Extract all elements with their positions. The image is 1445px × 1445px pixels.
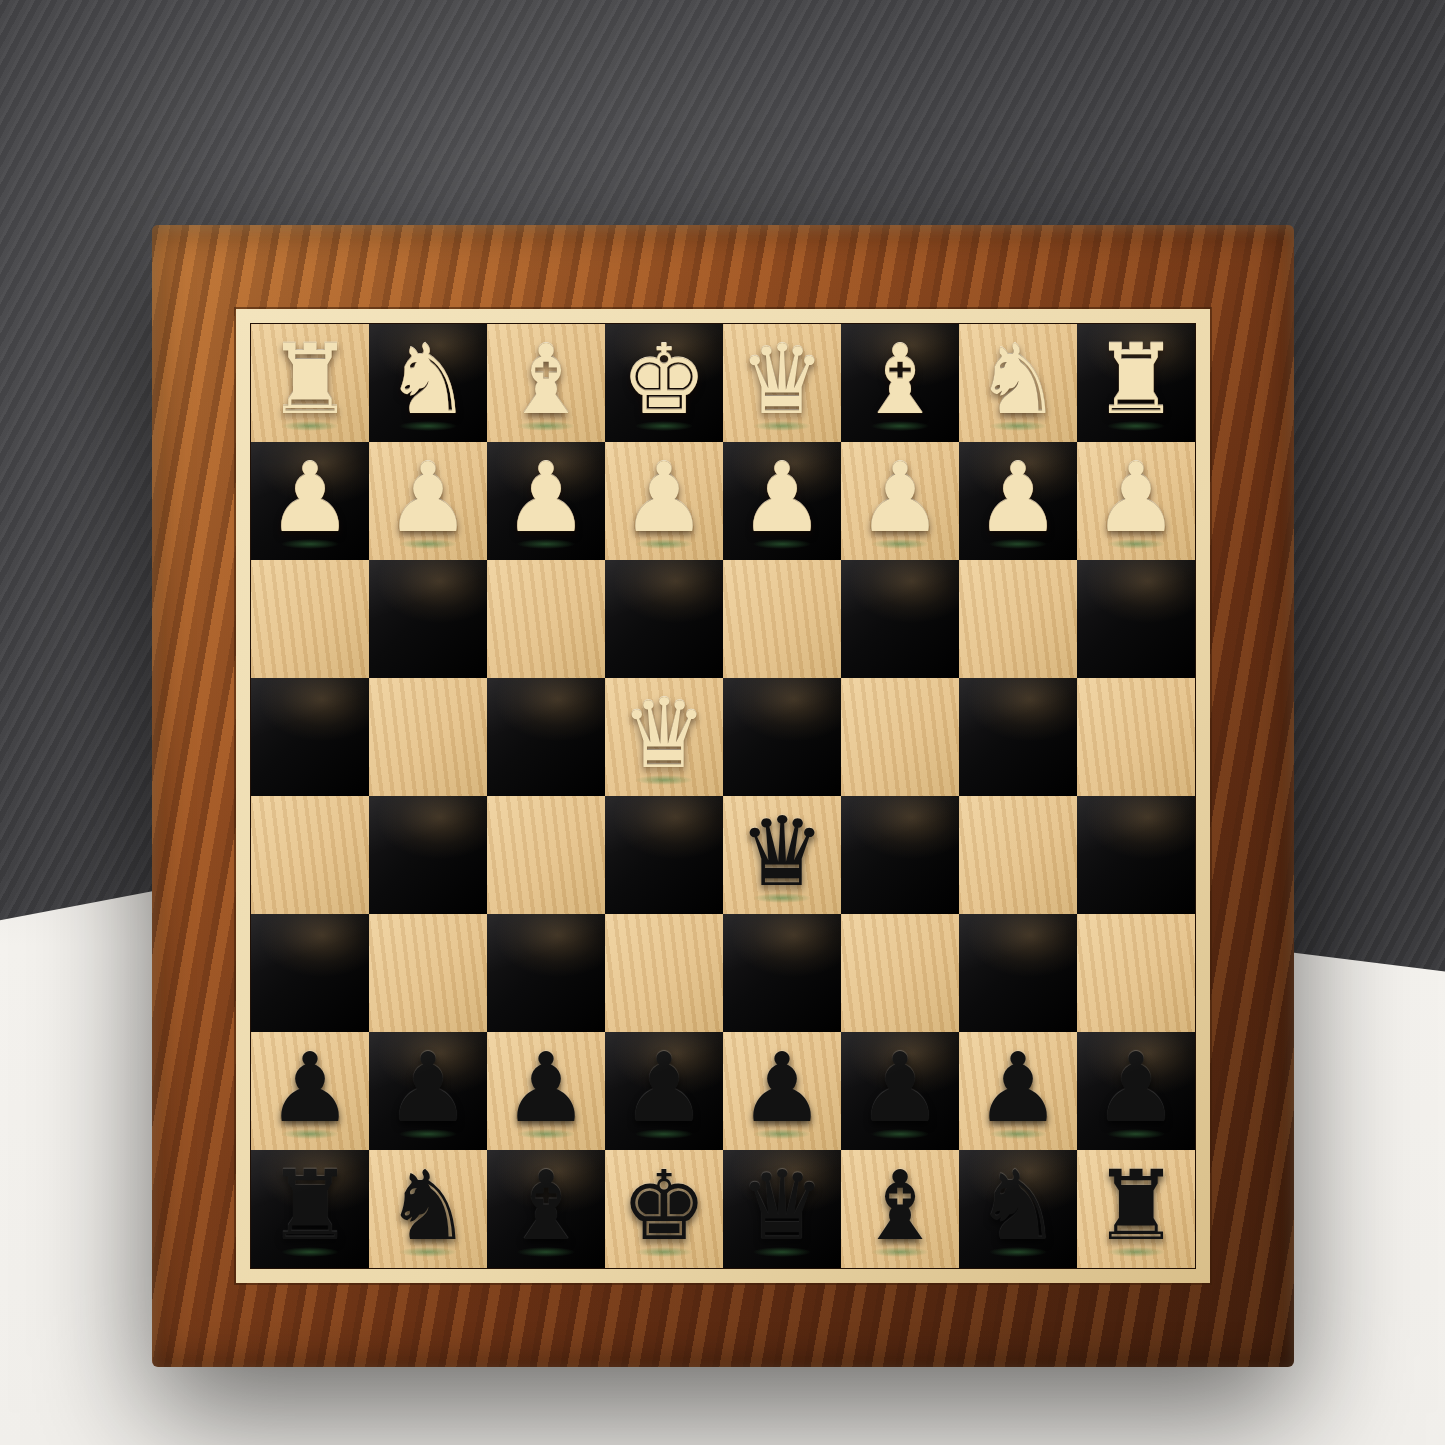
white-knight-piece[interactable]: ♞	[975, 321, 1061, 439]
white-queen-piece[interactable]: ♛	[739, 321, 825, 439]
square-c1[interactable]: ♝	[841, 324, 959, 442]
black-rook-piece[interactable]: ♜	[1093, 1147, 1179, 1265]
square-c6[interactable]	[841, 914, 959, 1032]
white-pawn-piece[interactable]: ♟	[503, 439, 589, 557]
black-pawn-piece[interactable]: ♟	[385, 1029, 471, 1147]
white-pawn-piece[interactable]: ♟	[1093, 439, 1179, 557]
square-b8[interactable]: ♞	[959, 1150, 1077, 1268]
square-f2[interactable]: ♟	[487, 442, 605, 560]
chess-board[interactable]: ♜♞♝♚♛♝♞♜♟♟♟♟♟♟♟♟♛♛♟♟♟♟♟♟♟♟♜♞♝♚♛♝♞♜	[250, 323, 1196, 1269]
square-d5[interactable]: ♛	[723, 796, 841, 914]
square-e5[interactable]	[605, 796, 723, 914]
black-pawn-piece[interactable]: ♟	[857, 1029, 943, 1147]
square-a4[interactable]	[1077, 678, 1195, 796]
square-f6[interactable]	[487, 914, 605, 1032]
square-f7[interactable]: ♟	[487, 1032, 605, 1150]
square-g2[interactable]: ♟	[369, 442, 487, 560]
white-king-piece[interactable]: ♚	[621, 321, 707, 439]
square-b7[interactable]: ♟	[959, 1032, 1077, 1150]
square-d2[interactable]: ♟	[723, 442, 841, 560]
square-c7[interactable]: ♟	[841, 1032, 959, 1150]
square-f1[interactable]: ♝	[487, 324, 605, 442]
black-king-piece[interactable]: ♚	[621, 1147, 707, 1265]
black-pawn-piece[interactable]: ♟	[503, 1029, 589, 1147]
square-c4[interactable]	[841, 678, 959, 796]
square-b6[interactable]	[959, 914, 1077, 1032]
black-queen-piece[interactable]: ♛	[739, 1147, 825, 1265]
square-c5[interactable]	[841, 796, 959, 914]
square-a5[interactable]	[1077, 796, 1195, 914]
square-h7[interactable]: ♟	[251, 1032, 369, 1150]
square-d3[interactable]	[723, 560, 841, 678]
square-g4[interactable]	[369, 678, 487, 796]
square-h5[interactable]	[251, 796, 369, 914]
square-b4[interactable]	[959, 678, 1077, 796]
square-d4[interactable]	[723, 678, 841, 796]
square-h6[interactable]	[251, 914, 369, 1032]
square-g5[interactable]	[369, 796, 487, 914]
square-g6[interactable]	[369, 914, 487, 1032]
square-e4[interactable]: ♛	[605, 678, 723, 796]
black-bishop-piece[interactable]: ♝	[857, 1147, 943, 1265]
square-f8[interactable]: ♝	[487, 1150, 605, 1268]
square-e6[interactable]	[605, 914, 723, 1032]
square-e1[interactable]: ♚	[605, 324, 723, 442]
square-e2[interactable]: ♟	[605, 442, 723, 560]
white-pawn-piece[interactable]: ♟	[267, 439, 353, 557]
rosewood-board-frame: ♜♞♝♚♛♝♞♜♟♟♟♟♟♟♟♟♛♛♟♟♟♟♟♟♟♟♜♞♝♚♛♝♞♜	[152, 225, 1294, 1367]
square-a6[interactable]	[1077, 914, 1195, 1032]
square-a1[interactable]: ♜	[1077, 324, 1195, 442]
square-h3[interactable]	[251, 560, 369, 678]
square-e7[interactable]: ♟	[605, 1032, 723, 1150]
square-d1[interactable]: ♛	[723, 324, 841, 442]
square-c2[interactable]: ♟	[841, 442, 959, 560]
square-h8[interactable]: ♜	[251, 1150, 369, 1268]
white-pawn-piece[interactable]: ♟	[621, 439, 707, 557]
square-g7[interactable]: ♟	[369, 1032, 487, 1150]
square-h2[interactable]: ♟	[251, 442, 369, 560]
square-h1[interactable]: ♜	[251, 324, 369, 442]
square-d6[interactable]	[723, 914, 841, 1032]
square-h4[interactable]	[251, 678, 369, 796]
square-g8[interactable]: ♞	[369, 1150, 487, 1268]
square-g3[interactable]	[369, 560, 487, 678]
square-e3[interactable]	[605, 560, 723, 678]
white-knight-piece[interactable]: ♞	[385, 321, 471, 439]
square-b5[interactable]	[959, 796, 1077, 914]
square-b2[interactable]: ♟	[959, 442, 1077, 560]
black-pawn-piece[interactable]: ♟	[621, 1029, 707, 1147]
square-f5[interactable]	[487, 796, 605, 914]
maple-border-strip: ♜♞♝♚♛♝♞♜♟♟♟♟♟♟♟♟♛♛♟♟♟♟♟♟♟♟♜♞♝♚♛♝♞♜	[236, 309, 1210, 1283]
square-d7[interactable]: ♟	[723, 1032, 841, 1150]
black-rook-piece[interactable]: ♜	[267, 1147, 353, 1265]
black-bishop-piece[interactable]: ♝	[503, 1147, 589, 1265]
square-a7[interactable]: ♟	[1077, 1032, 1195, 1150]
square-b1[interactable]: ♞	[959, 324, 1077, 442]
black-pawn-piece[interactable]: ♟	[739, 1029, 825, 1147]
square-c8[interactable]: ♝	[841, 1150, 959, 1268]
chess-board-assembly: ♜♞♝♚♛♝♞♜♟♟♟♟♟♟♟♟♛♛♟♟♟♟♟♟♟♟♜♞♝♚♛♝♞♜	[152, 225, 1294, 1367]
black-pawn-piece[interactable]: ♟	[267, 1029, 353, 1147]
white-rook-piece[interactable]: ♜	[267, 321, 353, 439]
square-a8[interactable]: ♜	[1077, 1150, 1195, 1268]
white-rook-piece[interactable]: ♜	[1093, 321, 1179, 439]
black-knight-piece[interactable]: ♞	[385, 1147, 471, 1265]
black-knight-piece[interactable]: ♞	[975, 1147, 1061, 1265]
square-g1[interactable]: ♞	[369, 324, 487, 442]
square-f3[interactable]	[487, 560, 605, 678]
square-c3[interactable]	[841, 560, 959, 678]
white-bishop-piece[interactable]: ♝	[857, 321, 943, 439]
square-a2[interactable]: ♟	[1077, 442, 1195, 560]
square-e8[interactable]: ♚	[605, 1150, 723, 1268]
square-f4[interactable]	[487, 678, 605, 796]
square-a3[interactable]	[1077, 560, 1195, 678]
white-bishop-piece[interactable]: ♝	[503, 321, 589, 439]
white-pawn-piece[interactable]: ♟	[385, 439, 471, 557]
white-pawn-piece[interactable]: ♟	[857, 439, 943, 557]
square-b3[interactable]	[959, 560, 1077, 678]
black-pawn-piece[interactable]: ♟	[975, 1029, 1061, 1147]
black-pawn-piece[interactable]: ♟	[1093, 1029, 1179, 1147]
white-pawn-piece[interactable]: ♟	[739, 439, 825, 557]
black-queen-piece[interactable]: ♛	[739, 793, 825, 911]
square-d8[interactable]: ♛	[723, 1150, 841, 1268]
white-pawn-piece[interactable]: ♟	[975, 439, 1061, 557]
white-queen-piece[interactable]: ♛	[621, 675, 707, 793]
